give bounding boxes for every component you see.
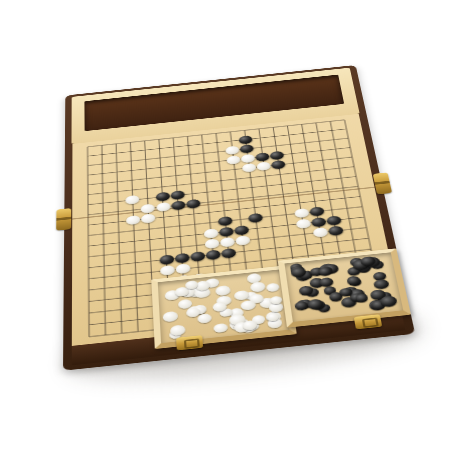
tray-stone-black[interactable] [318, 267, 332, 276]
tray-stone-white[interactable] [163, 311, 178, 322]
white-tray-interior [158, 269, 290, 343]
tray-stone-white[interactable] [214, 323, 229, 334]
product-photo [0, 0, 452, 452]
black-stone-tray[interactable] [278, 248, 411, 327]
tray-stone-white[interactable] [215, 285, 231, 296]
open-case [63, 65, 415, 371]
brass-hinge-left-icon [56, 208, 71, 231]
tray-stone-black[interactable] [373, 279, 390, 290]
tray-stone-black[interactable] [295, 301, 309, 310]
tray-stone-white[interactable] [250, 281, 266, 292]
tray-stone-white[interactable] [170, 324, 186, 336]
tray-stone-white[interactable] [266, 283, 280, 293]
tray-stone-white[interactable] [240, 300, 256, 311]
tray-stone-white[interactable] [197, 313, 212, 324]
black-tray-interior [284, 252, 403, 322]
brass-hinge-right-icon [373, 172, 392, 194]
go-set-scene [0, 7, 452, 450]
